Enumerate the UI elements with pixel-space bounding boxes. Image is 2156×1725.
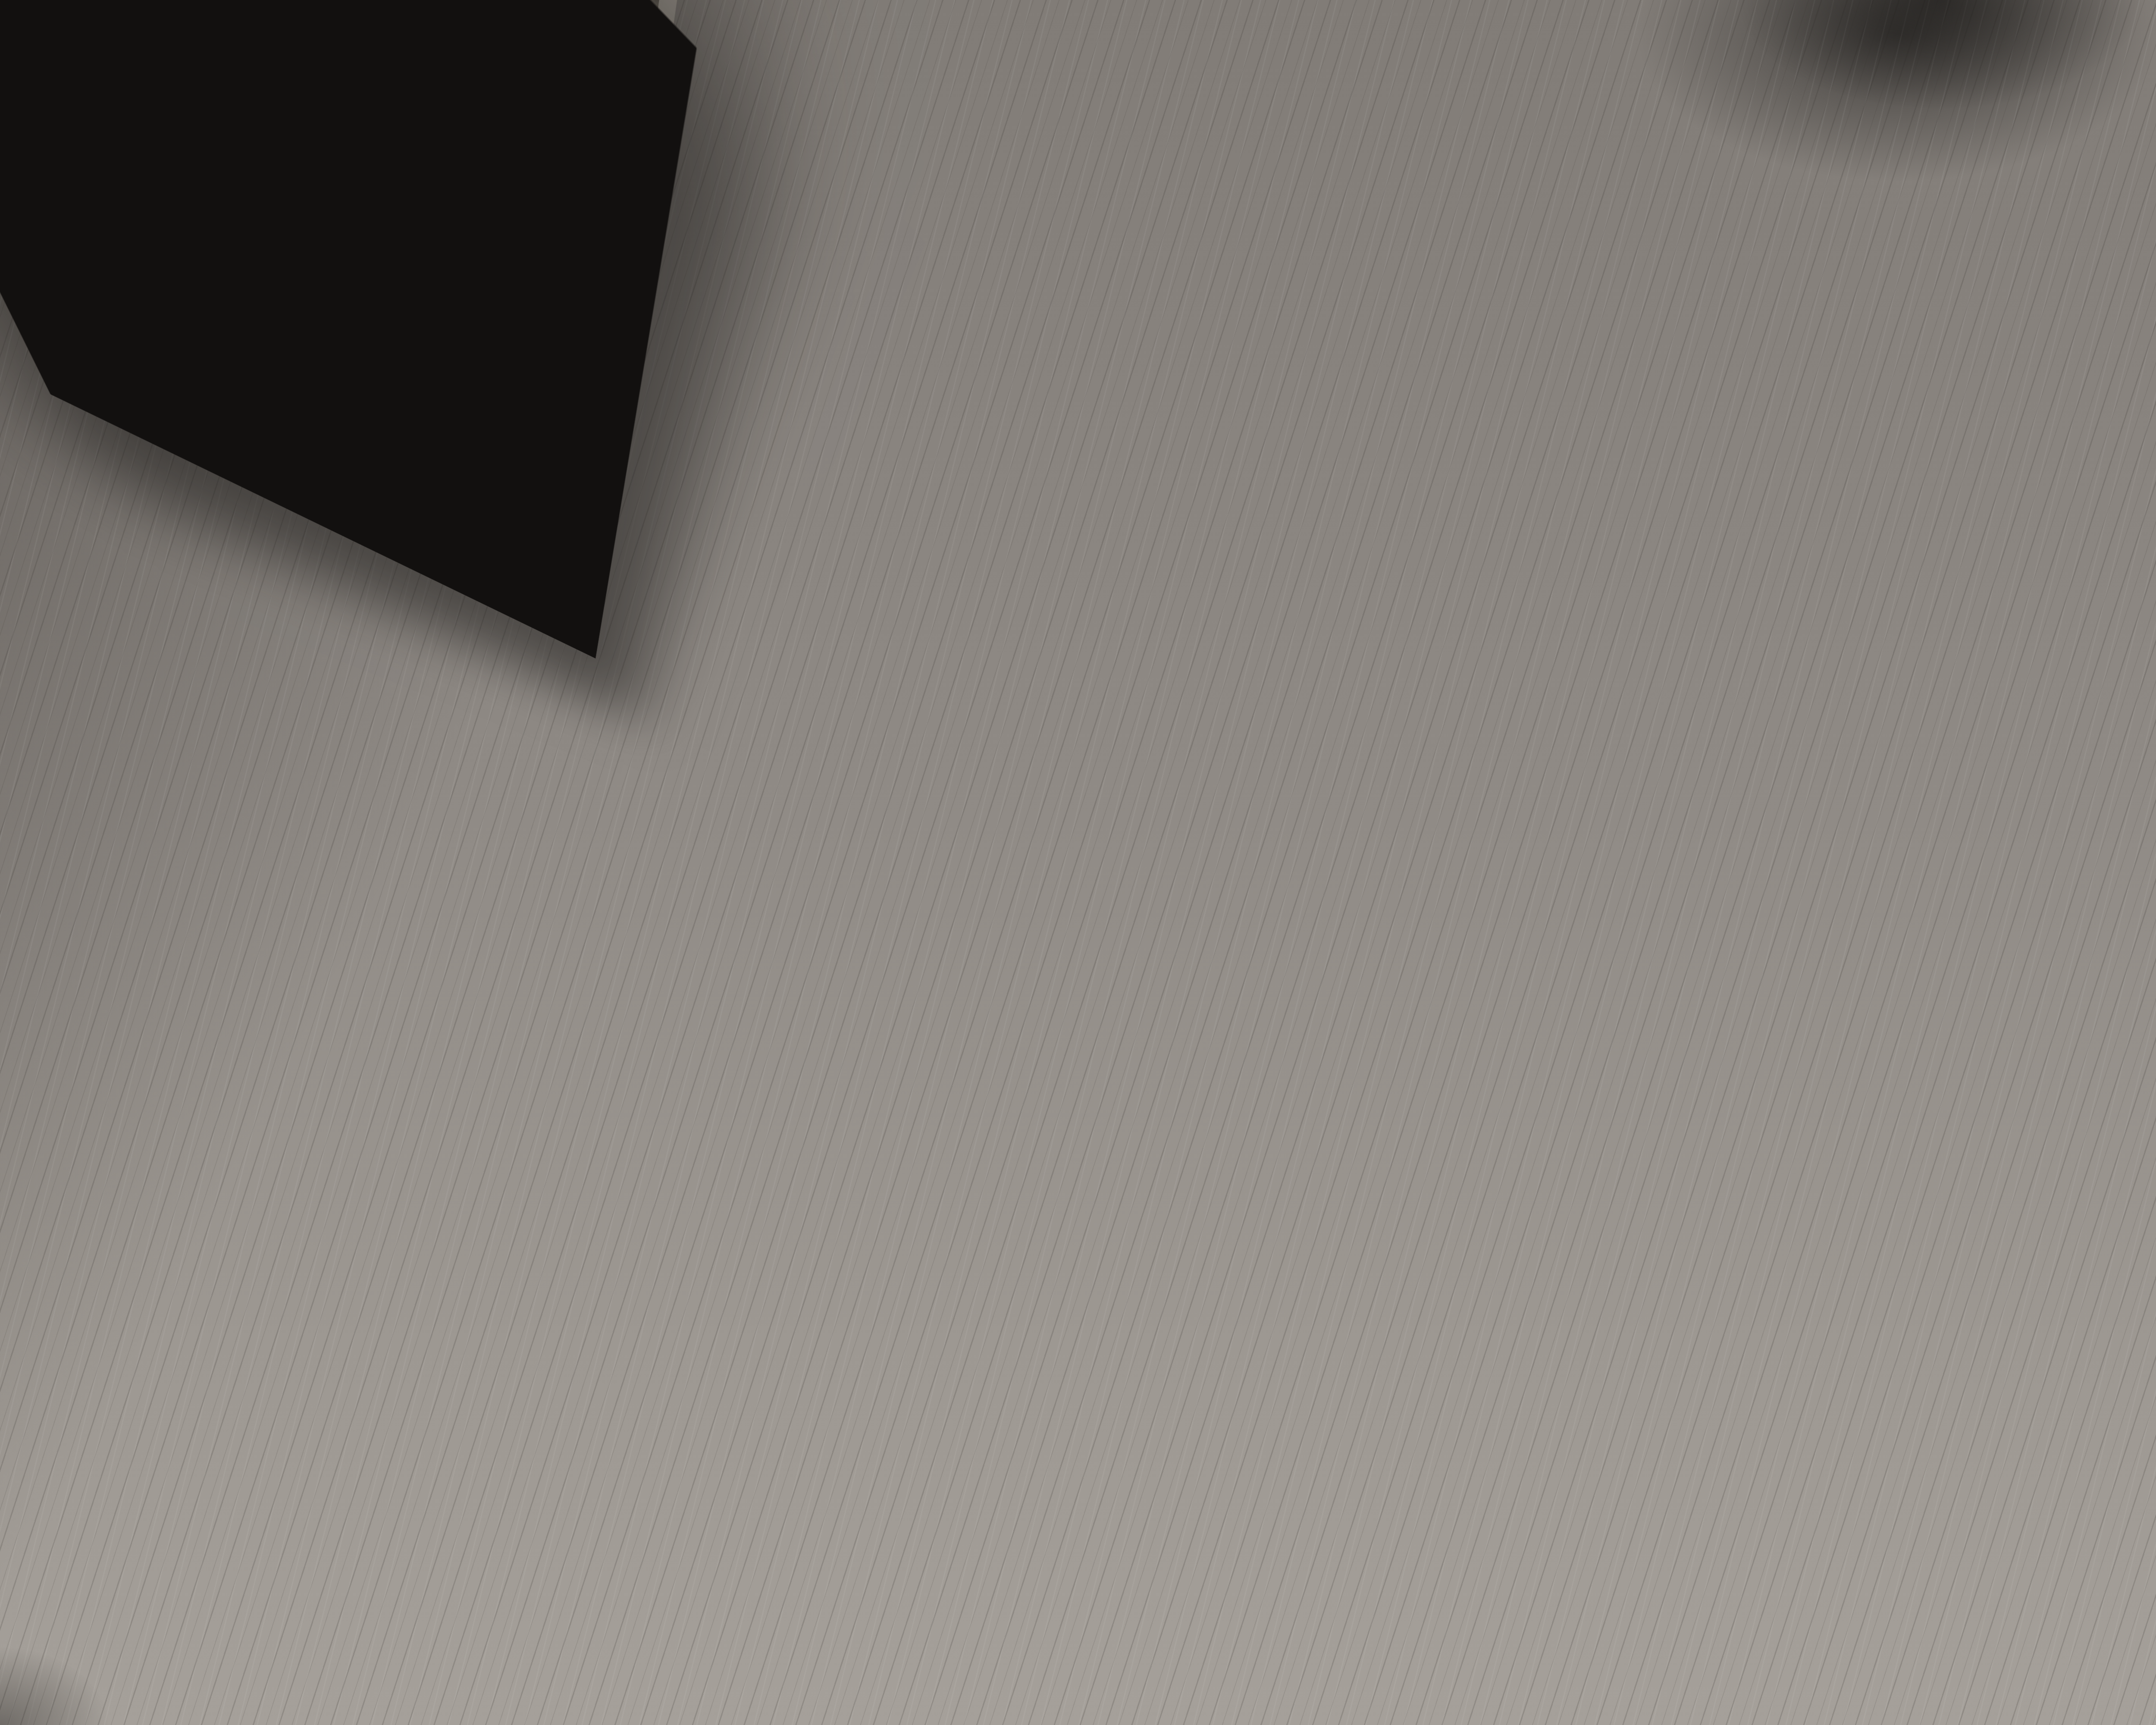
board-side-slab [0,0,662,442]
checkers-board [0,0,662,442]
scene [0,0,662,442]
